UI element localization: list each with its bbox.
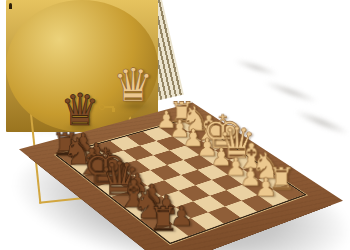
keyhole-icon	[9, 3, 12, 9]
piece-shadow-streak	[292, 107, 350, 138]
square	[137, 155, 167, 170]
keyhole-escutcheon	[6, 0, 158, 132]
key-bit	[112, 108, 115, 112]
square: ♝	[84, 170, 115, 186]
square: ♟	[242, 179, 273, 195]
scene: ♛ ♛ ♜♞♝♚♛♝♞♜♟♟♟♟♟♟♟♟♟♟♟♟♟♟♟♟♜♞♝♚♛♝♞♜	[0, 0, 350, 250]
black-pawn: ♟	[72, 130, 94, 155]
square	[179, 185, 210, 201]
storage-box	[6, 0, 158, 132]
square: ♝	[243, 164, 273, 179]
brass-key	[99, 103, 117, 112]
